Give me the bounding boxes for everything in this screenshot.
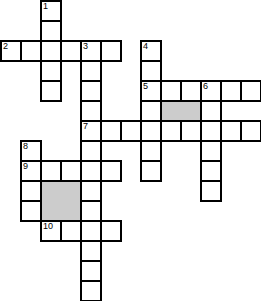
cell-r7-c10[interactable] xyxy=(200,140,222,162)
cell-r3-c7[interactable] xyxy=(140,60,162,82)
clue-number-7: 7 xyxy=(83,122,88,131)
cell-r11-c2[interactable]: 10 xyxy=(40,220,62,242)
clue-number-5: 5 xyxy=(143,82,148,91)
cell-r2-c3[interactable] xyxy=(60,40,82,62)
cell-r2-c2[interactable] xyxy=(40,40,62,62)
cell-r6-c7[interactable] xyxy=(140,120,162,142)
cell-r4-c7[interactable]: 5 xyxy=(140,80,162,102)
cell-r4-c4[interactable] xyxy=(80,80,102,102)
cell-r6-c8[interactable] xyxy=(160,120,182,142)
cell-r6-c6[interactable] xyxy=(120,120,142,142)
cell-r5-c7[interactable] xyxy=(140,100,162,122)
clue-number-8: 8 xyxy=(23,142,28,151)
cell-r8-c1[interactable]: 9 xyxy=(20,160,42,182)
cell-r11-c4[interactable] xyxy=(80,220,102,242)
cell-r5-c4[interactable] xyxy=(80,100,102,122)
cell-r4-c2[interactable] xyxy=(40,80,62,102)
cell-r6-c9[interactable] xyxy=(180,120,202,142)
cell-r9-c1[interactable] xyxy=(20,180,42,202)
cell-r1-c2[interactable] xyxy=(40,20,62,42)
cell-r8-c3[interactable] xyxy=(60,160,82,182)
cell-r2-c5[interactable] xyxy=(100,40,122,62)
clue-number-2: 2 xyxy=(3,42,8,51)
cell-r3-c4[interactable] xyxy=(80,60,102,82)
cell-r9-c4[interactable] xyxy=(80,180,102,202)
cell-r4-c12[interactable] xyxy=(240,80,261,102)
cell-r7-c7[interactable] xyxy=(140,140,162,162)
gray-block-2 xyxy=(40,180,82,222)
cell-r11-c3[interactable] xyxy=(60,220,82,242)
clue-number-10: 10 xyxy=(43,222,53,231)
cell-r5-c10[interactable] xyxy=(200,100,222,122)
cell-r2-c4[interactable]: 3 xyxy=(80,40,102,62)
cell-r8-c7[interactable] xyxy=(140,160,162,182)
cell-r4-c10[interactable]: 6 xyxy=(200,80,222,102)
cell-r3-c2[interactable] xyxy=(40,60,62,82)
cell-r4-c8[interactable] xyxy=(160,80,182,102)
cell-r14-c4[interactable] xyxy=(80,280,102,301)
cell-r8-c2[interactable] xyxy=(40,160,62,182)
cell-r8-c10[interactable] xyxy=(200,160,222,182)
clue-number-9: 9 xyxy=(23,162,28,171)
cell-r11-c5[interactable] xyxy=(100,220,122,242)
cell-r7-c1[interactable]: 8 xyxy=(20,140,42,162)
cell-r6-c10[interactable] xyxy=(200,120,222,142)
cell-r9-c10[interactable] xyxy=(200,180,222,202)
cell-r8-c5[interactable] xyxy=(100,160,122,182)
gray-block-1 xyxy=(160,100,202,122)
clue-number-3: 3 xyxy=(83,42,88,51)
cell-r2-c7[interactable]: 4 xyxy=(140,40,162,62)
cell-r6-c11[interactable] xyxy=(220,120,242,142)
cell-r4-c11[interactable] xyxy=(220,80,242,102)
cell-r13-c4[interactable] xyxy=(80,260,102,282)
cell-r6-c12[interactable] xyxy=(240,120,261,142)
cell-r10-c1[interactable] xyxy=(20,200,42,222)
clue-number-4: 4 xyxy=(143,42,148,51)
cell-r7-c4[interactable] xyxy=(80,140,102,162)
cell-r2-c1[interactable] xyxy=(20,40,42,62)
cell-r8-c4[interactable] xyxy=(80,160,102,182)
cell-r6-c4[interactable]: 7 xyxy=(80,120,102,142)
cell-r10-c4[interactable] xyxy=(80,200,102,222)
clue-number-1: 1 xyxy=(43,2,48,11)
cell-r0-c2[interactable]: 1 xyxy=(40,0,62,22)
cell-r12-c4[interactable] xyxy=(80,240,102,262)
cell-r2-c0[interactable]: 2 xyxy=(0,40,22,62)
clue-number-6: 6 xyxy=(203,82,208,91)
cell-r4-c9[interactable] xyxy=(180,80,202,102)
cell-r6-c5[interactable] xyxy=(100,120,122,142)
crossword-grid: 12345678910 xyxy=(0,0,261,301)
